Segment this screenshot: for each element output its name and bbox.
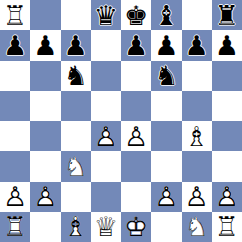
white-pawn-outline-glyph: ♙ <box>215 183 239 210</box>
piece-black-bishop[interactable]: ♝ <box>154 2 178 29</box>
square-g2[interactable]: ♟♙ <box>182 182 212 212</box>
square-f1[interactable] <box>151 212 181 242</box>
square-d7[interactable] <box>91 30 121 60</box>
white-pawn-outline-glyph: ♙ <box>94 123 118 150</box>
piece-black-knight[interactable]: ♞ <box>64 62 88 89</box>
square-h2[interactable]: ♟♙ <box>212 182 242 212</box>
square-d2[interactable] <box>91 182 121 212</box>
piece-white-pawn[interactable]: ♟♙ <box>215 183 239 210</box>
white-king-outline-glyph: ♔ <box>124 213 148 240</box>
square-c2[interactable] <box>61 182 91 212</box>
piece-black-pawn[interactable]: ♟ <box>64 32 88 59</box>
square-b4[interactable] <box>30 121 60 151</box>
piece-white-rook[interactable]: ♜♖ <box>3 2 27 29</box>
piece-white-pawn[interactable]: ♟♙ <box>33 183 57 210</box>
square-f4[interactable] <box>151 121 181 151</box>
square-h7[interactable]: ♟ <box>212 30 242 60</box>
square-b2[interactable]: ♟♙ <box>30 182 60 212</box>
square-h4[interactable] <box>212 121 242 151</box>
white-bishop-outline-glyph: ♗ <box>185 123 209 150</box>
square-f7[interactable]: ♟ <box>151 30 181 60</box>
square-f6[interactable]: ♞ <box>151 61 181 91</box>
square-f5[interactable] <box>151 91 181 121</box>
piece-black-pawn[interactable]: ♟ <box>3 32 27 59</box>
square-d5[interactable] <box>91 91 121 121</box>
square-e2[interactable] <box>121 182 151 212</box>
black-pawn-glyph: ♟ <box>215 32 239 59</box>
piece-white-rook[interactable]: ♜♖ <box>215 213 239 240</box>
piece-black-queen[interactable]: ♛ <box>94 2 118 29</box>
square-d6[interactable] <box>91 61 121 91</box>
square-a1[interactable]: ♜♖ <box>0 212 30 242</box>
black-pawn-glyph: ♟ <box>64 32 88 59</box>
black-pawn-glyph: ♟ <box>3 32 27 59</box>
square-h5[interactable] <box>212 91 242 121</box>
piece-black-pawn[interactable]: ♟ <box>124 32 148 59</box>
square-h3[interactable] <box>212 151 242 181</box>
square-h1[interactable]: ♜♖ <box>212 212 242 242</box>
square-e8[interactable]: ♚ <box>121 0 151 30</box>
square-e5[interactable] <box>121 91 151 121</box>
piece-black-pawn[interactable]: ♟ <box>33 32 57 59</box>
white-pawn-outline-glyph: ♙ <box>3 183 27 210</box>
square-g5[interactable] <box>182 91 212 121</box>
piece-white-knight[interactable]: ♞♘ <box>185 213 209 240</box>
square-b7[interactable]: ♟ <box>30 30 60 60</box>
white-knight-outline-glyph: ♘ <box>185 213 209 240</box>
piece-white-pawn[interactable]: ♟♙ <box>154 183 178 210</box>
piece-white-king[interactable]: ♚♔ <box>124 213 148 240</box>
white-rook-outline-glyph: ♖ <box>3 213 27 240</box>
square-g8[interactable] <box>182 0 212 30</box>
square-e6[interactable] <box>121 61 151 91</box>
piece-black-pawn[interactable]: ♟ <box>215 32 239 59</box>
square-b3[interactable] <box>30 151 60 181</box>
square-c6[interactable]: ♞ <box>61 61 91 91</box>
white-pawn-outline-glyph: ♙ <box>185 183 209 210</box>
square-b5[interactable] <box>30 91 60 121</box>
piece-black-pawn[interactable]: ♟ <box>185 32 209 59</box>
piece-black-knight[interactable]: ♞ <box>154 62 178 89</box>
piece-white-bishop[interactable]: ♝♗ <box>64 213 88 240</box>
piece-white-knight[interactable]: ♞♘ <box>64 153 88 180</box>
black-pawn-glyph: ♟ <box>154 32 178 59</box>
square-h8[interactable]: ♜ <box>212 0 242 30</box>
square-a8[interactable]: ♜♖ <box>0 0 30 30</box>
square-b8[interactable] <box>30 0 60 30</box>
square-d3[interactable] <box>91 151 121 181</box>
square-e3[interactable] <box>121 151 151 181</box>
piece-black-rook[interactable]: ♜ <box>215 2 239 29</box>
white-queen-outline-glyph: ♕ <box>94 213 118 240</box>
square-b1[interactable] <box>30 212 60 242</box>
white-knight-outline-glyph: ♘ <box>64 153 88 180</box>
black-bishop-glyph: ♝ <box>154 2 178 29</box>
square-c1[interactable]: ♝♗ <box>61 212 91 242</box>
piece-white-queen[interactable]: ♛♕ <box>94 213 118 240</box>
square-c7[interactable]: ♟ <box>61 30 91 60</box>
black-knight-glyph: ♞ <box>154 62 178 89</box>
square-g6[interactable] <box>182 61 212 91</box>
square-f2[interactable]: ♟♙ <box>151 182 181 212</box>
square-a5[interactable] <box>0 91 30 121</box>
white-pawn-outline-glyph: ♙ <box>124 123 148 150</box>
square-a4[interactable] <box>0 121 30 151</box>
square-c4[interactable] <box>61 121 91 151</box>
square-c8[interactable] <box>61 0 91 30</box>
square-d1[interactable]: ♛♕ <box>91 212 121 242</box>
piece-white-bishop[interactable]: ♝♗ <box>185 123 209 150</box>
square-a2[interactable]: ♟♙ <box>0 182 30 212</box>
piece-white-rook[interactable]: ♜♖ <box>3 213 27 240</box>
white-pawn-outline-glyph: ♙ <box>33 183 57 210</box>
square-c3[interactable]: ♞♘ <box>61 151 91 181</box>
square-c5[interactable] <box>61 91 91 121</box>
black-king-glyph: ♚ <box>124 2 148 29</box>
square-a6[interactable] <box>0 61 30 91</box>
square-a7[interactable]: ♟ <box>0 30 30 60</box>
square-g1[interactable]: ♞♘ <box>182 212 212 242</box>
black-pawn-glyph: ♟ <box>33 32 57 59</box>
black-knight-glyph: ♞ <box>64 62 88 89</box>
square-d8[interactable]: ♛ <box>91 0 121 30</box>
black-pawn-glyph: ♟ <box>185 32 209 59</box>
square-f8[interactable]: ♝ <box>151 0 181 30</box>
white-pawn-outline-glyph: ♙ <box>154 183 178 210</box>
black-pawn-glyph: ♟ <box>124 32 148 59</box>
square-g4[interactable]: ♝♗ <box>182 121 212 151</box>
white-bishop-outline-glyph: ♗ <box>64 213 88 240</box>
square-f3[interactable] <box>151 151 181 181</box>
chessboard: ♜♖♛♚♝♜♟♟♟♟♟♟♟♞♞♟♙♟♙♝♗♞♘♟♙♟♙♟♙♟♙♟♙♜♖♝♗♛♕♚… <box>0 0 242 242</box>
square-b6[interactable] <box>30 61 60 91</box>
black-rook-glyph: ♜ <box>215 2 239 29</box>
square-e4[interactable]: ♟♙ <box>121 121 151 151</box>
square-h6[interactable] <box>212 61 242 91</box>
black-queen-glyph: ♛ <box>94 2 118 29</box>
piece-white-pawn[interactable]: ♟♙ <box>185 183 209 210</box>
piece-white-pawn[interactable]: ♟♙ <box>94 123 118 150</box>
square-d4[interactable]: ♟♙ <box>91 121 121 151</box>
white-rook-outline-glyph: ♖ <box>3 2 27 29</box>
white-rook-outline-glyph: ♖ <box>215 213 239 240</box>
square-g7[interactable]: ♟ <box>182 30 212 60</box>
piece-white-pawn[interactable]: ♟♙ <box>3 183 27 210</box>
piece-black-king[interactable]: ♚ <box>124 2 148 29</box>
square-a3[interactable] <box>0 151 30 181</box>
square-e1[interactable]: ♚♔ <box>121 212 151 242</box>
piece-white-pawn[interactable]: ♟♙ <box>124 123 148 150</box>
square-e7[interactable]: ♟ <box>121 30 151 60</box>
square-g3[interactable] <box>182 151 212 181</box>
piece-black-pawn[interactable]: ♟ <box>154 32 178 59</box>
